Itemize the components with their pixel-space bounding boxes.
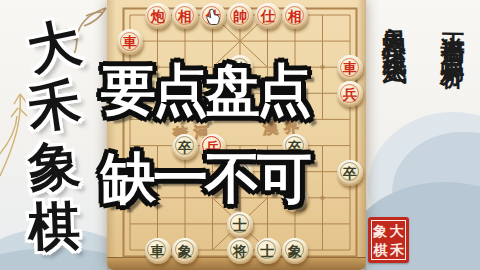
hand-cursor-icon [205,8,221,27]
caption-line-2: 缺一不可 [92,144,318,212]
piece-black-車[interactable]: 車 [145,238,171,264]
right-panel: 正谱布局 中局分析 入局思路 残棋定式 大禾象棋 [366,0,480,270]
piece-red-車[interactable]: 車 [337,55,363,81]
piece-red-仕[interactable]: 仕 [255,3,281,29]
studio-title: 大禾象棋 [0,16,107,256]
piece-red-兵[interactable]: 兵 [337,81,363,107]
piece-black-士[interactable]: 士 [255,238,281,264]
piece-red-帥[interactable]: 帥 [227,3,253,29]
piece-black-士[interactable]: 士 [227,212,253,238]
text-column-inner: 入局思路 残棋定式 [377,7,408,43]
piece-red-炮[interactable]: 炮 [145,3,171,29]
piece-black-象[interactable]: 象 [172,238,198,264]
left-panel: 大禾象棋 [0,0,107,270]
piece-red-相[interactable]: 相 [172,3,198,29]
piece-black-卒[interactable]: 卒 [337,160,363,186]
piece-black-将[interactable]: 将 [227,238,253,264]
studio-seal-chars: 大禾象棋 [371,220,406,260]
piece-red-車[interactable]: 車 [117,29,143,55]
thumbnail-stage: 大禾象棋 楚河 [0,0,480,270]
caption-line-1: 要点盘点 [92,56,318,124]
xiangqi-board[interactable]: 楚河 漢界 炮相仕帥仕相車炮車兵卒兵卒卒卒炮士車象将士象 [107,0,366,270]
piece-black-象[interactable]: 象 [282,238,308,264]
piece-red-相[interactable]: 相 [282,3,308,29]
text-column-outer: 正谱布局 中局分析 [438,14,469,50]
studio-seal: 大禾象棋 [368,217,409,263]
